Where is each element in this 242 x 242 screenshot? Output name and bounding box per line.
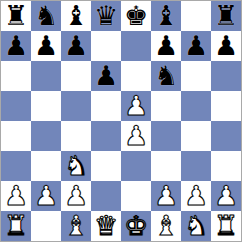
square-c4[interactable] [61,121,91,151]
square-b5[interactable] [31,91,61,121]
piece-white-pawn[interactable]: ♟ [4,181,28,211]
piece-black-pawn[interactable]: ♟ [4,31,28,61]
square-g6[interactable] [181,61,211,91]
piece-black-pawn[interactable]: ♟ [64,31,88,61]
square-h7[interactable]: ♟ [211,31,241,61]
square-a7[interactable]: ♟ [1,31,31,61]
square-h6[interactable] [211,61,241,91]
piece-black-pawn[interactable]: ♟ [154,31,178,61]
piece-white-king[interactable]: ♚ [124,211,148,241]
square-h8[interactable]: ♜ [211,1,241,31]
square-c7[interactable]: ♟ [61,31,91,61]
piece-white-pawn[interactable]: ♟ [124,91,148,121]
square-f6[interactable]: ♞ [151,61,181,91]
square-c3[interactable]: ♞ [61,151,91,181]
square-h5[interactable] [211,91,241,121]
piece-white-pawn[interactable]: ♟ [214,181,238,211]
piece-white-pawn[interactable]: ♟ [124,121,148,151]
square-f1[interactable]: ♝ [151,211,181,241]
square-a3[interactable] [1,151,31,181]
square-a4[interactable] [1,121,31,151]
square-c8[interactable]: ♝ [61,1,91,31]
square-d7[interactable] [91,31,121,61]
square-h3[interactable] [211,151,241,181]
square-a5[interactable] [1,91,31,121]
square-f2[interactable]: ♟ [151,181,181,211]
square-g5[interactable] [181,91,211,121]
square-d3[interactable] [91,151,121,181]
square-f3[interactable] [151,151,181,181]
square-h4[interactable] [211,121,241,151]
square-c2[interactable]: ♟ [61,181,91,211]
chess-board: ♜♞♝♛♚♝♜♟♟♟♟♟♟♟♞♟♟♞♟♟♟♟♟♟♜♝♛♚♝♞♜ [0,0,242,242]
square-f4[interactable] [151,121,181,151]
square-f5[interactable] [151,91,181,121]
square-f8[interactable]: ♝ [151,1,181,31]
piece-white-queen[interactable]: ♛ [94,211,118,241]
square-b3[interactable] [31,151,61,181]
square-b1[interactable] [31,211,61,241]
piece-white-rook[interactable]: ♜ [4,211,28,241]
square-g4[interactable] [181,121,211,151]
square-a2[interactable]: ♟ [1,181,31,211]
piece-black-pawn[interactable]: ♟ [184,31,208,61]
square-d2[interactable] [91,181,121,211]
square-b2[interactable]: ♟ [31,181,61,211]
square-c5[interactable] [61,91,91,121]
square-c1[interactable]: ♝ [61,211,91,241]
square-e3[interactable] [121,151,151,181]
square-e5[interactable]: ♟ [121,91,151,121]
square-e8[interactable]: ♚ [121,1,151,31]
piece-white-pawn[interactable]: ♟ [154,181,178,211]
square-b4[interactable] [31,121,61,151]
square-a1[interactable]: ♜ [1,211,31,241]
square-g1[interactable]: ♞ [181,211,211,241]
piece-black-rook[interactable]: ♜ [4,1,28,31]
square-e1[interactable]: ♚ [121,211,151,241]
square-d8[interactable]: ♛ [91,1,121,31]
piece-black-rook[interactable]: ♜ [214,1,238,31]
square-d6[interactable]: ♟ [91,61,121,91]
square-e2[interactable] [121,181,151,211]
square-h1[interactable]: ♜ [211,211,241,241]
square-g7[interactable]: ♟ [181,31,211,61]
piece-black-pawn[interactable]: ♟ [34,31,58,61]
piece-black-knight[interactable]: ♞ [34,1,58,31]
piece-black-queen[interactable]: ♛ [94,1,118,31]
piece-black-bishop[interactable]: ♝ [154,1,178,31]
piece-white-pawn[interactable]: ♟ [34,181,58,211]
square-a8[interactable]: ♜ [1,1,31,31]
square-a6[interactable] [1,61,31,91]
square-d5[interactable] [91,91,121,121]
square-f7[interactable]: ♟ [151,31,181,61]
square-g8[interactable] [181,1,211,31]
square-b8[interactable]: ♞ [31,1,61,31]
piece-white-pawn[interactable]: ♟ [184,181,208,211]
piece-black-king[interactable]: ♚ [124,1,148,31]
square-b6[interactable] [31,61,61,91]
square-g3[interactable] [181,151,211,181]
piece-white-knight[interactable]: ♞ [64,151,88,181]
square-e7[interactable] [121,31,151,61]
square-d1[interactable]: ♛ [91,211,121,241]
piece-black-pawn[interactable]: ♟ [214,31,238,61]
square-e6[interactable] [121,61,151,91]
piece-white-pawn[interactable]: ♟ [64,181,88,211]
square-d4[interactable] [91,121,121,151]
square-b7[interactable]: ♟ [31,31,61,61]
piece-white-bishop[interactable]: ♝ [64,211,88,241]
square-h2[interactable]: ♟ [211,181,241,211]
square-c6[interactable] [61,61,91,91]
piece-white-rook[interactable]: ♜ [214,211,238,241]
piece-white-knight[interactable]: ♞ [184,211,208,241]
square-e4[interactable]: ♟ [121,121,151,151]
piece-black-bishop[interactable]: ♝ [64,1,88,31]
square-g2[interactable]: ♟ [181,181,211,211]
piece-black-pawn[interactable]: ♟ [94,61,118,91]
piece-white-bishop[interactable]: ♝ [154,211,178,241]
piece-black-knight[interactable]: ♞ [154,61,178,91]
